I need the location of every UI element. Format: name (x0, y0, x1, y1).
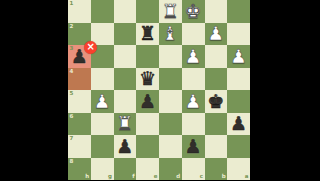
square-e1[interactable] (136, 0, 159, 23)
square-c1[interactable]: ♚ (182, 0, 205, 23)
square-f8[interactable]: f (114, 158, 137, 181)
square-b7[interactable] (205, 135, 228, 158)
square-f5[interactable] (114, 90, 137, 113)
piece-black-pawn-c7[interactable]: ♟ (185, 136, 202, 155)
square-b8[interactable]: b (205, 158, 228, 181)
right-letterbox-bar (250, 0, 320, 180)
square-g4[interactable] (91, 68, 114, 91)
square-e3[interactable] (136, 45, 159, 68)
square-f2[interactable] (114, 23, 137, 46)
piece-white-king-c1[interactable]: ♚ (185, 1, 202, 20)
square-f6[interactable]: ♜ (114, 113, 137, 136)
square-e2[interactable]: ♜ (136, 23, 159, 46)
square-c2[interactable] (182, 23, 205, 46)
square-b2[interactable]: ♟ (205, 23, 228, 46)
square-f3[interactable] (114, 45, 137, 68)
square-g6[interactable] (91, 113, 114, 136)
rank-label-2: 2 (70, 24, 74, 30)
file-label-a: a (245, 174, 249, 180)
piece-white-pawn-c3[interactable]: ♟ (185, 46, 202, 65)
square-b5[interactable]: ♚ (205, 90, 228, 113)
mistake-x-icon: × (84, 41, 97, 54)
file-label-d: d (176, 174, 180, 180)
file-label-e: e (154, 174, 158, 180)
piece-black-queen-e4[interactable]: ♛ (139, 69, 156, 88)
square-d6[interactable] (159, 113, 182, 136)
square-c6[interactable] (182, 113, 205, 136)
square-f4[interactable] (114, 68, 137, 91)
rank-label-5: 5 (70, 91, 74, 97)
square-b1[interactable] (205, 0, 228, 23)
square-c3[interactable]: ♟ (182, 45, 205, 68)
square-e7[interactable] (136, 135, 159, 158)
file-label-g: g (108, 174, 112, 180)
square-c4[interactable] (182, 68, 205, 91)
rank-label-8: 8 (70, 159, 74, 165)
chess-app-stage: 1♜♚2♜♝♟3♟♟♟4♛5♟♟♟♚6♜♟7♟♟8hgfedcba× (0, 0, 320, 180)
square-c5[interactable]: ♟ (182, 90, 205, 113)
square-g5[interactable]: ♟ (91, 90, 114, 113)
rank-label-6: 6 (70, 114, 74, 120)
square-d2[interactable]: ♝ (159, 23, 182, 46)
square-h1[interactable]: 1 (68, 0, 91, 23)
file-label-h: h (85, 174, 89, 180)
file-label-f: f (132, 174, 134, 180)
piece-white-bishop-d2[interactable]: ♝ (162, 24, 179, 43)
file-label-c: c (200, 174, 203, 180)
square-a8[interactable]: a (227, 158, 250, 181)
square-e6[interactable] (136, 113, 159, 136)
rank-label-4: 4 (70, 69, 74, 75)
piece-white-rook-d1[interactable]: ♜ (162, 1, 179, 20)
square-c7[interactable]: ♟ (182, 135, 205, 158)
square-a1[interactable] (227, 0, 250, 23)
piece-black-pawn-e5[interactable]: ♟ (139, 91, 156, 110)
piece-white-pawn-g5[interactable]: ♟ (94, 91, 111, 110)
square-a6[interactable]: ♟ (227, 113, 250, 136)
square-g1[interactable] (91, 0, 114, 23)
square-h7[interactable]: 7 (68, 135, 91, 158)
square-g8[interactable]: g (91, 158, 114, 181)
square-b6[interactable] (205, 113, 228, 136)
square-d3[interactable] (159, 45, 182, 68)
square-f1[interactable] (114, 0, 137, 23)
square-e5[interactable]: ♟ (136, 90, 159, 113)
square-a4[interactable] (227, 68, 250, 91)
chess-board[interactable]: 1♜♚2♜♝♟3♟♟♟4♛5♟♟♟♚6♜♟7♟♟8hgfedcba× (68, 0, 250, 180)
square-e8[interactable]: e (136, 158, 159, 181)
rank-label-1: 1 (70, 1, 74, 7)
square-a7[interactable] (227, 135, 250, 158)
square-d8[interactable]: d (159, 158, 182, 181)
piece-white-pawn-a3[interactable]: ♟ (230, 46, 247, 65)
piece-black-rook-e2[interactable]: ♜ (139, 24, 156, 43)
square-a2[interactable] (227, 23, 250, 46)
piece-black-pawn-a6[interactable]: ♟ (230, 114, 247, 133)
square-b3[interactable] (205, 45, 228, 68)
file-label-b: b (222, 174, 226, 180)
square-f7[interactable]: ♟ (114, 135, 137, 158)
square-g7[interactable] (91, 135, 114, 158)
square-h5[interactable]: 5 (68, 90, 91, 113)
square-b4[interactable] (205, 68, 228, 91)
piece-white-pawn-b2[interactable]: ♟ (207, 24, 224, 43)
square-a3[interactable]: ♟ (227, 45, 250, 68)
left-letterbox-bar (0, 0, 68, 180)
square-d7[interactable] (159, 135, 182, 158)
square-h8[interactable]: 8h (68, 158, 91, 181)
square-d4[interactable] (159, 68, 182, 91)
square-d1[interactable]: ♜ (159, 0, 182, 23)
piece-white-rook-f6[interactable]: ♜ (116, 114, 133, 133)
piece-black-king-b5[interactable]: ♚ (207, 91, 224, 110)
square-d5[interactable] (159, 90, 182, 113)
square-a5[interactable] (227, 90, 250, 113)
piece-white-pawn-c5[interactable]: ♟ (185, 91, 202, 110)
square-c8[interactable]: c (182, 158, 205, 181)
square-e4[interactable]: ♛ (136, 68, 159, 91)
square-h6[interactable]: 6 (68, 113, 91, 136)
square-h4[interactable]: 4 (68, 68, 91, 91)
rank-label-7: 7 (70, 136, 74, 142)
piece-black-pawn-f7[interactable]: ♟ (116, 136, 133, 155)
